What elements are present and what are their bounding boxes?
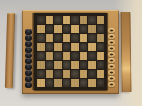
square-c5[interactable] (54, 43, 62, 51)
square-d3[interactable] (63, 61, 71, 69)
square-c8[interactable] (54, 16, 62, 24)
square-g5[interactable] (88, 43, 96, 51)
black-checker-edge[interactable] (25, 35, 32, 41)
square-g3[interactable] (88, 61, 96, 69)
square-h8[interactable] (97, 16, 105, 24)
square-d1[interactable] (63, 79, 71, 87)
square-b6[interactable] (46, 34, 54, 42)
square-d2[interactable] (63, 70, 71, 78)
square-b2[interactable] (46, 70, 54, 78)
square-c2[interactable] (54, 70, 62, 78)
square-c7[interactable] (54, 25, 62, 33)
square-h6[interactable] (97, 34, 105, 42)
square-h7[interactable] (97, 25, 105, 33)
wood-pieces-stack (108, 28, 115, 88)
square-d4[interactable] (63, 52, 71, 60)
square-b8[interactable] (46, 16, 54, 24)
square-e5[interactable] (71, 43, 79, 51)
square-a3[interactable] (37, 61, 45, 69)
square-a1[interactable] (37, 79, 45, 87)
square-f5[interactable] (80, 43, 88, 51)
square-e3[interactable] (71, 61, 79, 69)
square-e1[interactable] (71, 79, 79, 87)
right-wood-rail (120, 12, 131, 92)
square-g6[interactable] (88, 34, 96, 42)
square-a4[interactable] (37, 52, 45, 60)
square-a5[interactable] (37, 43, 45, 51)
square-f8[interactable] (80, 16, 88, 24)
square-e8[interactable] (71, 16, 79, 24)
square-c4[interactable] (54, 52, 62, 60)
square-e4[interactable] (71, 52, 79, 60)
square-b5[interactable] (46, 43, 54, 51)
square-h3[interactable] (97, 61, 105, 69)
square-b3[interactable] (46, 61, 54, 69)
square-f6[interactable] (80, 34, 88, 42)
square-f4[interactable] (80, 52, 88, 60)
square-c3[interactable] (54, 61, 62, 69)
square-a6[interactable] (37, 34, 45, 42)
square-g7[interactable] (88, 25, 96, 33)
square-f7[interactable] (80, 25, 88, 33)
photo-scene (0, 0, 142, 106)
square-h2[interactable] (97, 70, 105, 78)
square-c1[interactable] (54, 79, 62, 87)
wood-checker-edge[interactable] (108, 82, 115, 88)
square-g4[interactable] (88, 52, 96, 60)
square-e7[interactable] (71, 25, 79, 33)
square-d5[interactable] (63, 43, 71, 51)
square-b4[interactable] (46, 52, 54, 60)
square-e2[interactable] (71, 70, 79, 78)
board-rim (34, 13, 107, 90)
square-b1[interactable] (46, 79, 54, 87)
black-pieces-stack (25, 29, 32, 88)
square-c6[interactable] (54, 34, 62, 42)
square-f2[interactable] (80, 70, 88, 78)
left-wood-rail (5, 13, 15, 88)
black-checker-edge[interactable] (25, 41, 32, 47)
square-a7[interactable] (37, 25, 45, 33)
square-e6[interactable] (71, 34, 79, 42)
square-g2[interactable] (88, 70, 96, 78)
checkers-board[interactable] (37, 16, 104, 87)
square-f1[interactable] (80, 79, 88, 87)
square-f3[interactable] (80, 61, 88, 69)
square-d7[interactable] (63, 25, 71, 33)
square-a2[interactable] (37, 70, 45, 78)
black-checker-edge[interactable] (25, 82, 32, 88)
black-checker-edge[interactable] (25, 47, 32, 53)
square-g8[interactable] (88, 16, 96, 24)
square-d8[interactable] (63, 16, 71, 24)
square-b7[interactable] (46, 25, 54, 33)
square-a8[interactable] (37, 16, 45, 24)
square-h1[interactable] (97, 79, 105, 87)
checkers-set-frame (22, 10, 119, 94)
square-h5[interactable] (97, 43, 105, 51)
square-g1[interactable] (88, 79, 96, 87)
square-d6[interactable] (63, 34, 71, 42)
square-h4[interactable] (97, 52, 105, 60)
